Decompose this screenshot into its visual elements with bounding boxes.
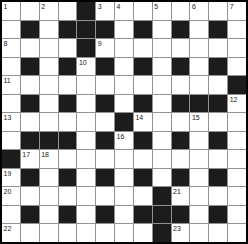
black-cell-r8c2 — [21, 132, 39, 150]
cell-r7c13[interactable] — [228, 113, 246, 131]
cell-r1c12[interactable] — [209, 2, 227, 20]
cell-r7c5[interactable] — [77, 113, 95, 131]
cell-r1c4[interactable] — [59, 2, 77, 20]
cell-r9c13[interactable] — [228, 150, 246, 168]
cell-r7c9[interactable] — [153, 113, 171, 131]
black-cell-r4c10 — [172, 58, 190, 76]
cell-r1c11[interactable]: 6 — [190, 2, 208, 20]
cell-r1c10[interactable] — [172, 2, 190, 20]
cell-r10c11[interactable] — [190, 169, 208, 187]
cell-r13c3[interactable] — [40, 224, 58, 242]
cell-r4c3[interactable] — [40, 58, 58, 76]
black-cell-r2c6 — [96, 21, 114, 39]
cell-r6c1[interactable] — [2, 95, 20, 113]
black-cell-r9c1 — [2, 150, 20, 168]
cell-r13c10[interactable]: 23 — [172, 224, 190, 242]
cell-r13c4[interactable] — [59, 224, 77, 242]
cell-r1c7[interactable]: 4 — [115, 2, 133, 20]
cell-r5c5[interactable] — [77, 76, 95, 94]
black-cell-r2c12 — [209, 21, 227, 39]
crossword-grid: 1234567891011121314151617181920212223 — [0, 0, 248, 244]
black-cell-r12c12 — [209, 206, 227, 224]
cell-r9c9[interactable] — [153, 150, 171, 168]
cell-r9c7[interactable] — [115, 150, 133, 168]
clue-number-22: 22 — [4, 224, 12, 233]
black-cell-r6c10 — [172, 95, 190, 113]
clue-number-15: 15 — [192, 113, 200, 122]
black-cell-r4c8 — [134, 58, 152, 76]
clue-number-10: 10 — [79, 58, 87, 67]
cell-r10c9[interactable] — [153, 169, 171, 187]
cell-r8c1[interactable] — [2, 132, 20, 150]
cell-r7c3[interactable] — [40, 113, 58, 131]
cell-r7c1[interactable]: 13 — [2, 113, 20, 131]
cell-r1c6[interactable]: 3 — [96, 2, 114, 20]
cell-r13c12[interactable] — [209, 224, 227, 242]
black-cell-r10c2 — [21, 169, 39, 187]
cell-r13c2[interactable] — [21, 224, 39, 242]
cell-r3c11[interactable] — [190, 39, 208, 57]
cell-r9c8[interactable] — [134, 150, 152, 168]
clue-number-8: 8 — [4, 39, 8, 48]
clue-number-6: 6 — [192, 2, 196, 11]
black-cell-r6c2 — [21, 95, 39, 113]
cell-r7c12[interactable] — [209, 113, 227, 131]
cell-r7c8[interactable]: 14 — [134, 113, 152, 131]
clue-number-4: 4 — [117, 2, 121, 11]
cell-r9c12[interactable] — [209, 150, 227, 168]
cell-r5c7[interactable] — [115, 76, 133, 94]
black-cell-r13c9 — [153, 224, 171, 242]
clue-number-13: 13 — [4, 113, 12, 122]
cell-r2c1[interactable] — [2, 21, 20, 39]
cell-r5c11[interactable] — [190, 76, 208, 94]
cell-r13c6[interactable] — [96, 224, 114, 242]
cell-r3c9[interactable] — [153, 39, 171, 57]
cell-r1c2[interactable] — [21, 2, 39, 20]
cell-r3c12[interactable] — [209, 39, 227, 57]
cell-r12c1[interactable] — [2, 206, 20, 224]
clue-number-5: 5 — [154, 2, 158, 11]
black-cell-r12c8 — [134, 206, 152, 224]
black-cell-r10c8 — [134, 169, 152, 187]
black-cell-r6c6 — [96, 95, 114, 113]
cell-r11c13[interactable] — [228, 187, 246, 205]
cell-r13c11[interactable] — [190, 224, 208, 242]
cell-r9c11[interactable] — [190, 150, 208, 168]
clue-number-21: 21 — [173, 187, 181, 196]
clue-number-14: 14 — [135, 113, 143, 122]
black-cell-r4c4 — [59, 58, 77, 76]
cell-r3c10[interactable] — [172, 39, 190, 57]
cell-r3c3[interactable] — [40, 39, 58, 57]
cell-r9c3[interactable]: 18 — [40, 150, 58, 168]
cell-r5c12[interactable] — [209, 76, 227, 94]
cell-r2c11[interactable] — [190, 21, 208, 39]
black-cell-r12c4 — [59, 206, 77, 224]
cell-r10c5[interactable] — [77, 169, 95, 187]
cell-r3c13[interactable] — [228, 39, 246, 57]
cell-r3c6[interactable]: 9 — [96, 39, 114, 57]
clue-number-1: 1 — [4, 2, 8, 11]
cell-r5c2[interactable] — [21, 76, 39, 94]
cell-r12c7[interactable] — [115, 206, 133, 224]
black-cell-r11c9 — [153, 187, 171, 205]
cell-r9c4[interactable] — [59, 150, 77, 168]
cell-r3c8[interactable] — [134, 39, 152, 57]
cell-r8c9[interactable] — [153, 132, 171, 150]
black-cell-r12c2 — [21, 206, 39, 224]
cell-r5c8[interactable] — [134, 76, 152, 94]
cell-r12c5[interactable] — [77, 206, 95, 224]
cell-r6c9[interactable] — [153, 95, 171, 113]
black-cell-r10c10 — [172, 169, 190, 187]
cell-r7c6[interactable] — [96, 113, 114, 131]
cell-r7c11[interactable]: 15 — [190, 113, 208, 131]
black-cell-r10c4 — [59, 169, 77, 187]
cell-r5c9[interactable] — [153, 76, 171, 94]
cell-r11c1[interactable]: 20 — [2, 187, 20, 205]
cell-r7c2[interactable] — [21, 113, 39, 131]
cell-r6c13[interactable]: 12 — [228, 95, 246, 113]
cell-r1c3[interactable]: 2 — [40, 2, 58, 20]
clue-number-12: 12 — [230, 95, 238, 104]
clue-number-9: 9 — [98, 39, 102, 48]
black-cell-r7c7 — [115, 113, 133, 131]
cell-r9c2[interactable]: 17 — [21, 150, 39, 168]
clue-number-2: 2 — [41, 2, 45, 11]
black-cell-r8c10 — [172, 132, 190, 150]
cell-r11c5[interactable] — [77, 187, 95, 205]
black-cell-r2c5 — [77, 21, 95, 39]
cell-r13c8[interactable] — [134, 224, 152, 242]
cell-r5c6[interactable] — [96, 76, 114, 94]
cell-r13c7[interactable] — [115, 224, 133, 242]
black-cell-r2c2 — [21, 21, 39, 39]
black-cell-r8c3 — [40, 132, 58, 150]
clue-number-11: 11 — [4, 76, 11, 85]
black-cell-r1c5 — [77, 2, 95, 20]
cell-r1c8[interactable] — [134, 2, 152, 20]
black-cell-r4c6 — [96, 58, 114, 76]
cell-r11c10[interactable]: 21 — [172, 187, 190, 205]
cell-r2c3[interactable] — [40, 21, 58, 39]
black-cell-r6c11 — [190, 95, 208, 113]
cell-r4c11[interactable] — [190, 58, 208, 76]
black-cell-r8c6 — [96, 132, 114, 150]
black-cell-r2c8 — [134, 21, 152, 39]
clue-number-7: 7 — [230, 2, 234, 11]
cell-r4c9[interactable] — [153, 58, 171, 76]
cell-r10c7[interactable] — [115, 169, 133, 187]
black-cell-r8c12 — [209, 132, 227, 150]
cell-r11c3[interactable] — [40, 187, 58, 205]
cell-r5c4[interactable] — [59, 76, 77, 94]
cell-r4c13[interactable] — [228, 58, 246, 76]
cell-r5c3[interactable] — [40, 76, 58, 94]
clue-number-16: 16 — [117, 132, 125, 141]
cell-r8c5[interactable] — [77, 132, 95, 150]
cell-r3c4[interactable] — [59, 39, 77, 57]
cell-r8c7[interactable]: 16 — [115, 132, 133, 150]
black-cell-r6c12 — [209, 95, 227, 113]
clue-number-23: 23 — [173, 224, 181, 233]
black-cell-r10c6 — [96, 169, 114, 187]
cell-r9c6[interactable] — [96, 150, 114, 168]
clue-number-19: 19 — [4, 169, 12, 178]
cell-r10c13[interactable] — [228, 169, 246, 187]
cell-r6c7[interactable] — [115, 95, 133, 113]
black-cell-r12c6 — [96, 206, 114, 224]
black-cell-r5c13 — [228, 76, 246, 94]
cell-r3c7[interactable] — [115, 39, 133, 57]
cell-r8c11[interactable] — [190, 132, 208, 150]
cell-r2c9[interactable] — [153, 21, 171, 39]
black-cell-r2c10 — [172, 21, 190, 39]
black-cell-r12c9 — [153, 206, 171, 224]
cell-r11c12[interactable] — [209, 187, 227, 205]
cell-r4c5[interactable]: 10 — [77, 58, 95, 76]
cell-r11c4[interactable] — [59, 187, 77, 205]
black-cell-r12c10 — [172, 206, 190, 224]
cell-r10c1[interactable]: 19 — [2, 169, 20, 187]
cell-r2c13[interactable] — [228, 21, 246, 39]
cell-r9c10[interactable] — [172, 150, 190, 168]
black-cell-r4c12 — [209, 58, 227, 76]
cell-r12c3[interactable] — [40, 206, 58, 224]
cell-r13c1[interactable]: 22 — [2, 224, 20, 242]
cell-r3c1[interactable]: 8 — [2, 39, 20, 57]
clue-number-17: 17 — [22, 150, 30, 159]
cell-r12c11[interactable] — [190, 206, 208, 224]
cell-r11c2[interactable] — [21, 187, 39, 205]
cell-r4c7[interactable] — [115, 58, 133, 76]
black-cell-r2c4 — [59, 21, 77, 39]
cell-r7c4[interactable] — [59, 113, 77, 131]
cell-r11c6[interactable] — [96, 187, 114, 205]
black-cell-r4c2 — [21, 58, 39, 76]
black-cell-r8c4 — [59, 132, 77, 150]
cell-r1c13[interactable]: 7 — [228, 2, 246, 20]
black-cell-r3c5 — [77, 39, 95, 57]
cell-r11c11[interactable] — [190, 187, 208, 205]
cell-r1c9[interactable]: 5 — [153, 2, 171, 20]
cell-r9c5[interactable] — [77, 150, 95, 168]
cell-r6c5[interactable] — [77, 95, 95, 113]
clue-number-3: 3 — [98, 2, 102, 11]
clue-number-20: 20 — [4, 187, 12, 196]
cell-r2c7[interactable] — [115, 21, 133, 39]
cell-r11c8[interactable] — [134, 187, 152, 205]
cell-r4c1[interactable] — [2, 58, 20, 76]
cell-r3c2[interactable] — [21, 39, 39, 57]
cell-r7c10[interactable] — [172, 113, 190, 131]
cell-r12c13[interactable] — [228, 206, 246, 224]
cell-r6c3[interactable] — [40, 95, 58, 113]
cell-r5c1[interactable]: 11 — [2, 76, 20, 94]
black-cell-r8c8 — [134, 132, 152, 150]
cell-r11c7[interactable] — [115, 187, 133, 205]
cell-r10c3[interactable] — [40, 169, 58, 187]
cell-r5c10[interactable] — [172, 76, 190, 94]
cell-r13c13[interactable] — [228, 224, 246, 242]
clue-number-18: 18 — [41, 150, 49, 159]
cell-r8c13[interactable] — [228, 132, 246, 150]
cell-r13c5[interactable] — [77, 224, 95, 242]
black-cell-r6c4 — [59, 95, 77, 113]
black-cell-r6c8 — [134, 95, 152, 113]
cell-r1c1[interactable]: 1 — [2, 2, 20, 20]
black-cell-r10c12 — [209, 169, 227, 187]
